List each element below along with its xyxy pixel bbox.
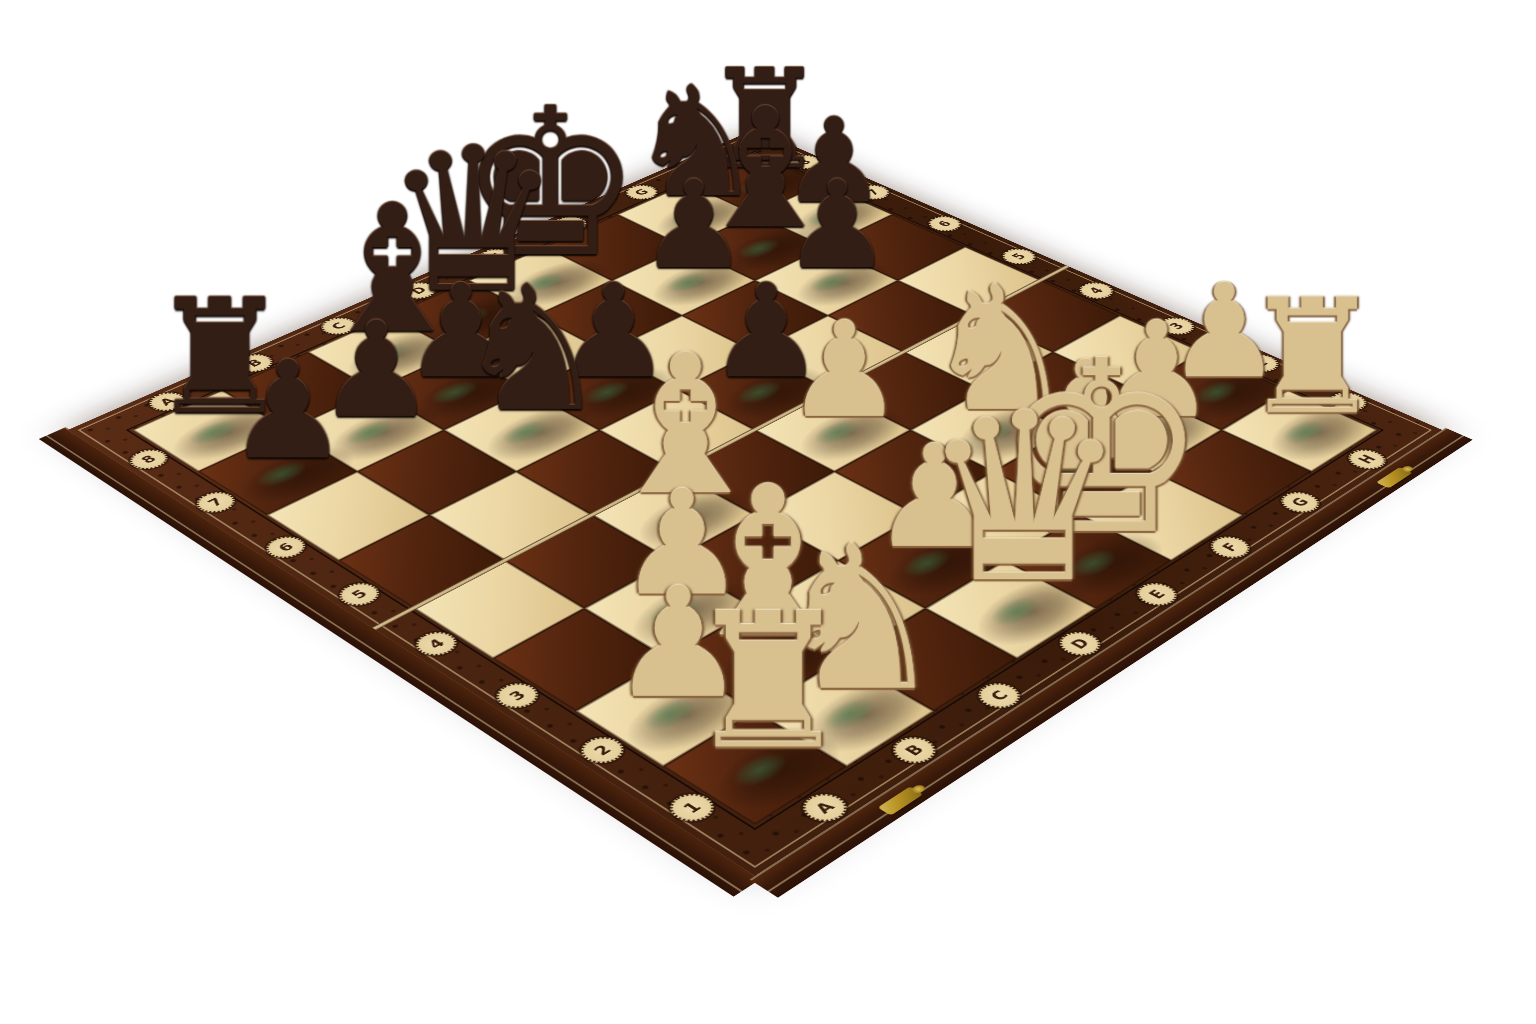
photo-canvas: AA88BB77CC66DD55EE44FF33GG22HH11♜♝♛♚♞♜♟♟… <box>0 0 1536 1024</box>
file-label-bottom: G <box>1274 488 1327 517</box>
file-label-bottom: D <box>1052 627 1109 660</box>
white-rook-h1[interactable]: ♜ <box>1242 277 1384 436</box>
file-label-bottom: H <box>1341 446 1393 473</box>
file-label-bottom: E <box>1129 579 1184 611</box>
file-label-bottom: C <box>970 678 1028 713</box>
chess-board-block: AA88BB77CC66DD55EE44FF33GG22HH11♜♝♛♚♞♜♟♟… <box>68 129 1443 876</box>
white-rook-a1[interactable]: ♜ <box>684 587 852 774</box>
black-knight-c6[interactable]: ♞ <box>455 263 610 436</box>
scene: AA88BB77CC66DD55EE44FF33GG22HH11♜♝♛♚♞♜♟♟… <box>0 0 1536 1024</box>
rank-label-left: 4 <box>408 627 465 660</box>
rank-label-left: 8 <box>123 446 175 473</box>
file-label-bottom: A <box>794 788 855 827</box>
chess-board: AA88BB77CC66DD55EE44FF33GG22HH11♜♝♛♚♞♜♟♟… <box>68 129 1443 876</box>
file-label-bottom: B <box>884 732 944 769</box>
file-label-bottom: F <box>1203 532 1257 562</box>
black-pawn-a7[interactable]: ♟ <box>227 342 348 477</box>
white-queen-d1[interactable]: ♛ <box>920 382 1129 615</box>
brass-clasp-icon <box>1376 467 1413 488</box>
